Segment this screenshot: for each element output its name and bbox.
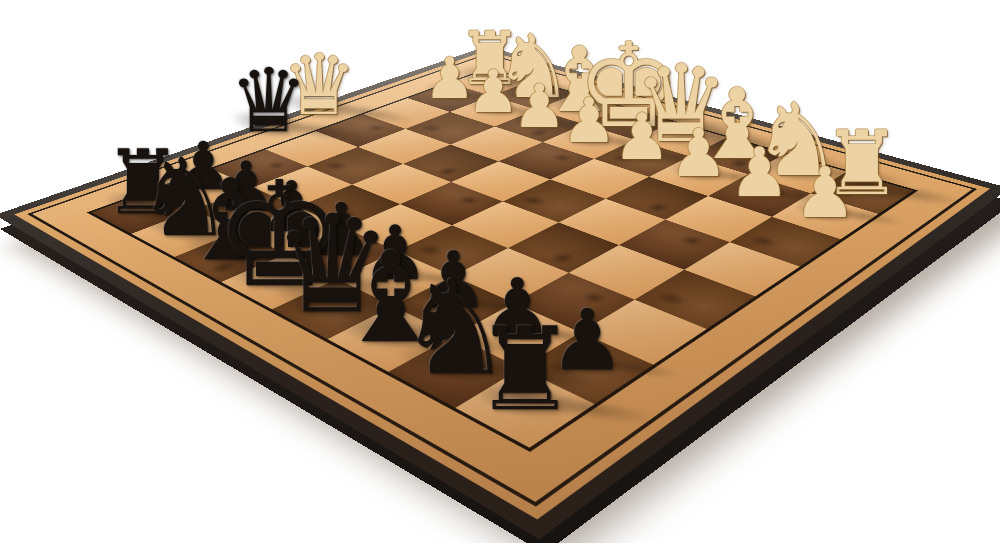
chess-board xyxy=(0,46,1000,539)
board-frame-maple xyxy=(32,55,972,502)
frame-pinstripe-inner xyxy=(87,68,918,452)
board-frame-outer-strip xyxy=(14,51,990,520)
chess-product-photo: ♜♞♟♝♟♚♟♛♟♝♟♞♟♟♜♟♟♜♟♟♞♟♝♟♚♟♛♟♝♟♞♜♛♛ xyxy=(0,0,1000,543)
frame-pinstripe-outer xyxy=(27,53,977,506)
